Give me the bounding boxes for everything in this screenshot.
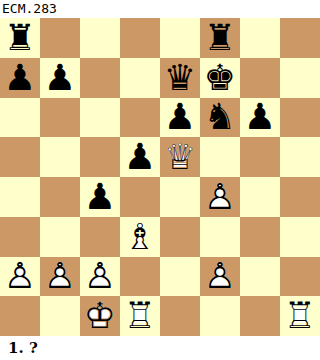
- black-pawn-piece: ♟: [40, 58, 80, 98]
- square-h1[interactable]: ♜♖: [280, 296, 320, 336]
- square-d3[interactable]: ♝♗: [120, 217, 160, 257]
- square-e3[interactable]: [160, 217, 200, 257]
- white-rook-piece: ♜♖: [120, 296, 160, 336]
- piece-outline: ♔: [80, 296, 120, 336]
- square-h6[interactable]: [280, 98, 320, 138]
- square-f7[interactable]: ♚: [200, 58, 240, 98]
- square-h4[interactable]: [280, 177, 320, 217]
- square-g4[interactable]: [240, 177, 280, 217]
- piece-outline: ♖: [280, 296, 320, 336]
- white-pawn-piece: ♟♙: [80, 257, 120, 297]
- square-c2[interactable]: ♟♙: [80, 257, 120, 297]
- square-h5[interactable]: [280, 137, 320, 177]
- square-a8[interactable]: ♜: [0, 18, 40, 58]
- square-b5[interactable]: [40, 137, 80, 177]
- move-prompt: 1. ?: [0, 336, 320, 360]
- square-f2[interactable]: ♟♙: [200, 257, 240, 297]
- square-b6[interactable]: [40, 98, 80, 138]
- white-rook-piece: ♜♖: [280, 296, 320, 336]
- square-f6[interactable]: ♞: [200, 98, 240, 138]
- square-a1[interactable]: [0, 296, 40, 336]
- black-knight-piece: ♞: [200, 98, 240, 138]
- square-b3[interactable]: [40, 217, 80, 257]
- black-pawn-piece: ♟: [240, 98, 280, 138]
- black-pawn-piece: ♟: [80, 177, 120, 217]
- square-e8[interactable]: [160, 18, 200, 58]
- square-a4[interactable]: [0, 177, 40, 217]
- black-king-piece: ♚: [200, 58, 240, 98]
- square-a7[interactable]: ♟: [0, 58, 40, 98]
- square-h7[interactable]: [280, 58, 320, 98]
- square-f1[interactable]: [200, 296, 240, 336]
- white-bishop-piece: ♝♗: [120, 217, 160, 257]
- piece-outline: ♙: [40, 257, 80, 297]
- piece-outline: ♖: [120, 296, 160, 336]
- white-king-piece: ♚♔: [80, 296, 120, 336]
- square-c5[interactable]: [80, 137, 120, 177]
- black-rook-piece: ♜: [0, 18, 40, 58]
- square-e1[interactable]: [160, 296, 200, 336]
- square-d4[interactable]: [120, 177, 160, 217]
- square-b7[interactable]: ♟: [40, 58, 80, 98]
- square-g7[interactable]: [240, 58, 280, 98]
- square-b4[interactable]: [40, 177, 80, 217]
- square-e5[interactable]: ♛♕: [160, 137, 200, 177]
- square-g2[interactable]: [240, 257, 280, 297]
- piece-outline: ♙: [200, 177, 240, 217]
- white-queen-piece: ♛♕: [160, 137, 200, 177]
- square-c4[interactable]: ♟: [80, 177, 120, 217]
- square-c3[interactable]: [80, 217, 120, 257]
- white-pawn-piece: ♟♙: [0, 257, 40, 297]
- square-e6[interactable]: ♟: [160, 98, 200, 138]
- square-d7[interactable]: [120, 58, 160, 98]
- square-g1[interactable]: [240, 296, 280, 336]
- piece-outline: ♕: [160, 137, 200, 177]
- square-c7[interactable]: [80, 58, 120, 98]
- square-d6[interactable]: [120, 98, 160, 138]
- square-f4[interactable]: ♟♙: [200, 177, 240, 217]
- black-pawn-piece: ♟: [120, 137, 160, 177]
- square-b8[interactable]: [40, 18, 80, 58]
- square-d1[interactable]: ♜♖: [120, 296, 160, 336]
- black-rook-piece: ♜: [200, 18, 240, 58]
- square-g6[interactable]: ♟: [240, 98, 280, 138]
- square-e7[interactable]: ♛: [160, 58, 200, 98]
- square-a2[interactable]: ♟♙: [0, 257, 40, 297]
- chess-diagram-page: ECM.283 ♜♜♟♟♛♚♟♞♟♟♛♕♟♟♙♝♗♟♙♟♙♟♙♟♙♚♔♜♖♜♖ …: [0, 0, 320, 360]
- square-e4[interactable]: [160, 177, 200, 217]
- white-pawn-piece: ♟♙: [40, 257, 80, 297]
- square-f3[interactable]: [200, 217, 240, 257]
- piece-outline: ♙: [0, 257, 40, 297]
- square-g5[interactable]: [240, 137, 280, 177]
- white-pawn-piece: ♟♙: [200, 177, 240, 217]
- square-c6[interactable]: [80, 98, 120, 138]
- square-b2[interactable]: ♟♙: [40, 257, 80, 297]
- piece-outline: ♙: [200, 257, 240, 297]
- square-g3[interactable]: [240, 217, 280, 257]
- square-h2[interactable]: [280, 257, 320, 297]
- square-g8[interactable]: [240, 18, 280, 58]
- diagram-title: ECM.283: [0, 0, 320, 18]
- black-pawn-piece: ♟: [160, 98, 200, 138]
- black-pawn-piece: ♟: [0, 58, 40, 98]
- square-d2[interactable]: [120, 257, 160, 297]
- square-a3[interactable]: [0, 217, 40, 257]
- black-queen-piece: ♛: [160, 58, 200, 98]
- square-f8[interactable]: ♜: [200, 18, 240, 58]
- piece-outline: ♙: [80, 257, 120, 297]
- piece-outline: ♗: [120, 217, 160, 257]
- square-f5[interactable]: [200, 137, 240, 177]
- square-b1[interactable]: [40, 296, 80, 336]
- chess-board: ♜♜♟♟♛♚♟♞♟♟♛♕♟♟♙♝♗♟♙♟♙♟♙♟♙♚♔♜♖♜♖: [0, 18, 320, 336]
- white-pawn-piece: ♟♙: [200, 257, 240, 297]
- square-h3[interactable]: [280, 217, 320, 257]
- square-a5[interactable]: [0, 137, 40, 177]
- square-h8[interactable]: [280, 18, 320, 58]
- square-d8[interactable]: [120, 18, 160, 58]
- square-e2[interactable]: [160, 257, 200, 297]
- square-c1[interactable]: ♚♔: [80, 296, 120, 336]
- square-d5[interactable]: ♟: [120, 137, 160, 177]
- square-c8[interactable]: [80, 18, 120, 58]
- square-a6[interactable]: [0, 98, 40, 138]
